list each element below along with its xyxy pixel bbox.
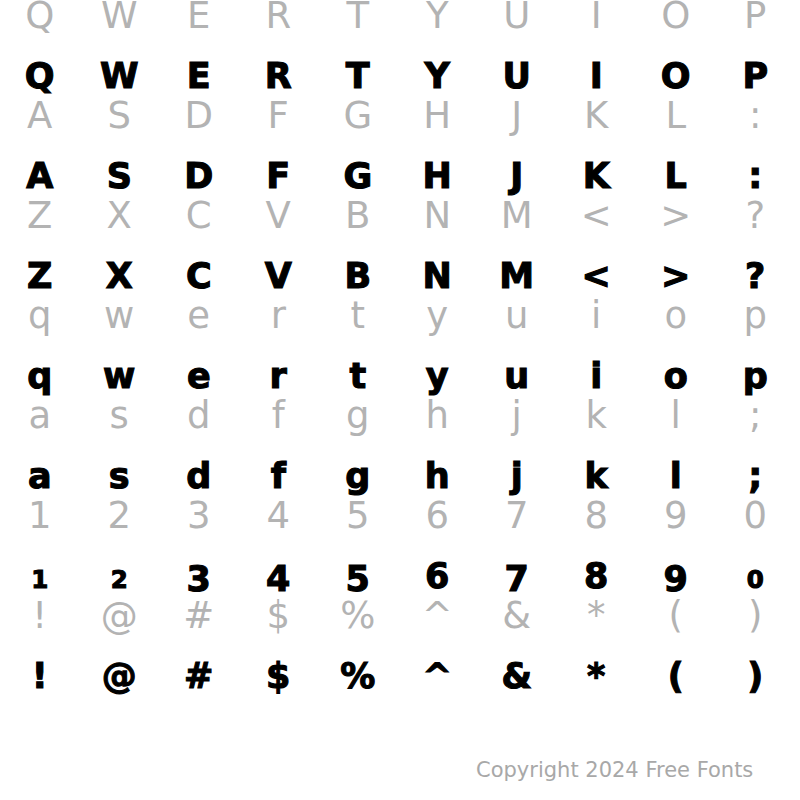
glyph: Q (25, 0, 54, 37)
char-cell: Y (398, 0, 478, 34)
glyph: h (425, 456, 450, 496)
char-cell: $ (239, 659, 319, 694)
char-row-ghost-lowercase-top: qwertyuiop (0, 297, 795, 334)
char-row-ghost-digits: 1234567890 (0, 497, 795, 534)
char-cell: W (80, 59, 160, 94)
char-cell: C (159, 197, 239, 234)
glyph: i (590, 356, 602, 396)
char-cell: G (318, 97, 398, 134)
char-cell: y (398, 297, 478, 334)
glyph: $ (266, 594, 290, 637)
glyph: G (343, 94, 372, 137)
glyph: E (187, 0, 210, 37)
char-cell: o (636, 297, 716, 334)
char-cell: 2 (80, 559, 160, 594)
char-cell: : (716, 97, 796, 134)
char-cell: L (636, 159, 716, 194)
glyph: 0 (743, 494, 767, 537)
char-cell: 9 (636, 559, 716, 594)
glyph: f (271, 456, 286, 496)
char-cell: q (0, 297, 80, 334)
char-cell: & (477, 597, 557, 634)
glyph: J (510, 156, 523, 196)
char-cell: ) (716, 597, 796, 634)
glyph: C (186, 194, 212, 237)
glyph: Y (426, 0, 449, 37)
glyph: 6 (425, 556, 449, 596)
char-cell: ? (716, 259, 796, 294)
glyph: p (744, 294, 768, 337)
char-cell: r (239, 359, 319, 394)
glyph: ? (745, 256, 765, 296)
glyph: ) (747, 656, 763, 696)
char-cell: @ (80, 659, 160, 694)
char-cell: l (636, 397, 716, 434)
char-cell: ! (0, 597, 80, 634)
char-cell: r (239, 297, 319, 334)
char-cell: & (477, 659, 557, 694)
char-cell: $ (239, 597, 319, 634)
glyph: A (26, 156, 53, 196)
glyph: R (265, 56, 292, 96)
char-cell: y (398, 359, 478, 394)
glyph: ) (748, 594, 762, 637)
glyph: @ (102, 656, 137, 696)
char-cell: 1 (0, 497, 80, 534)
glyph: 8 (584, 494, 608, 537)
glyph: 4 (266, 494, 290, 537)
glyph: B (344, 256, 371, 296)
char-cell: 5 (318, 497, 398, 534)
glyph: $ (266, 656, 290, 696)
char-cell: A (0, 159, 80, 194)
glyph: 8 (584, 556, 608, 596)
char-cell: 0 (716, 559, 796, 594)
char-cell: P (716, 0, 796, 34)
glyph: ! (32, 656, 48, 696)
glyph: s (109, 456, 130, 496)
glyph: u (504, 356, 529, 396)
glyph: ^ (422, 594, 453, 637)
glyph: O (661, 56, 691, 96)
char-cell: N (398, 259, 478, 294)
char-cell: k (557, 459, 637, 494)
glyph: r (270, 356, 287, 396)
glyph: K (584, 94, 608, 137)
char-cell: E (159, 59, 239, 94)
char-cell: V (239, 259, 319, 294)
glyph: : (749, 94, 761, 137)
glyph: W (100, 56, 139, 96)
glyph: I (590, 56, 603, 96)
char-cell: Z (0, 259, 80, 294)
glyph: q (28, 294, 52, 337)
glyph: L (665, 94, 686, 137)
char-cell: * (557, 597, 637, 634)
char-cell: U (477, 59, 557, 94)
char-cell: K (557, 97, 637, 134)
glyph: k (586, 394, 607, 437)
glyph: ( (669, 594, 683, 637)
glyph: < (581, 194, 612, 237)
glyph: > (660, 194, 691, 237)
char-cell: w (80, 359, 160, 394)
char-cell: C (159, 259, 239, 294)
glyph: B (345, 194, 370, 237)
char-cell: X (80, 197, 160, 234)
char-cell: P (716, 59, 796, 94)
glyph: R (265, 0, 291, 37)
glyph: ; (749, 394, 761, 437)
glyph: K (583, 156, 610, 196)
glyph: u (505, 294, 528, 337)
glyph: y (426, 356, 449, 396)
glyph: 2 (107, 494, 131, 537)
char-cell: < (557, 197, 637, 234)
char-cell: ^ (398, 597, 478, 634)
char-cell: % (318, 597, 398, 634)
glyph: 1 (31, 565, 48, 594)
glyph: L (665, 156, 687, 196)
char-row-ink-lowercase-top: qwertyuiop (0, 359, 795, 394)
char-cell: a (0, 397, 80, 434)
glyph: ( (668, 656, 684, 696)
char-cell: R (239, 59, 319, 94)
glyph: C (186, 256, 212, 296)
glyph: X (107, 194, 132, 237)
char-cell: g (318, 397, 398, 434)
glyph: k (585, 456, 608, 496)
char-cell: 1 (0, 559, 80, 594)
char-cell: S (80, 97, 160, 134)
char-cell: J (477, 159, 557, 194)
char-cell: q (0, 359, 80, 394)
glyph: ^ (423, 656, 452, 696)
char-cell: u (477, 359, 557, 394)
char-cell: g (318, 459, 398, 494)
char-cell: ( (636, 597, 716, 634)
char-cell: 7 (477, 497, 557, 534)
char-cell: @ (80, 597, 160, 634)
char-cell: Q (0, 0, 80, 34)
char-cell: j (477, 459, 557, 494)
glyph: > (661, 256, 690, 296)
glyph: ! (32, 594, 47, 637)
glyph: M (499, 256, 534, 296)
glyph: % (340, 656, 375, 696)
char-cell: j (477, 397, 557, 434)
char-cell: d (159, 459, 239, 494)
char-cell: U (477, 0, 557, 34)
glyph: d (186, 456, 211, 496)
glyph: Z (27, 256, 52, 296)
char-cell: e (159, 359, 239, 394)
glyph: U (503, 56, 531, 96)
char-cell: H (398, 159, 478, 194)
char-row-ghost-symbols: !@#$%^&*() (0, 597, 795, 634)
char-cell: : (716, 159, 796, 194)
glyph: j (511, 456, 523, 496)
glyph: W (101, 0, 138, 37)
glyph: Q (25, 56, 55, 96)
char-cell: 8 (557, 497, 637, 534)
glyph: @ (101, 594, 138, 637)
character-map: QWERTYUIOPQWERTYUIOPASDFGHJKL:ASDFGHJKL:… (0, 0, 800, 800)
glyph: a (28, 394, 51, 437)
glyph: V (266, 194, 291, 237)
glyph: < (582, 256, 611, 296)
char-cell: s (80, 459, 160, 494)
char-cell: % (318, 659, 398, 694)
char-cell: ( (636, 659, 716, 694)
char-cell: 7 (477, 559, 557, 594)
char-cell: Z (0, 197, 80, 234)
char-row-ghost-uppercase-top: QWERTYUIOP (0, 0, 795, 34)
char-cell: K (557, 159, 637, 194)
char-cell: # (159, 597, 239, 634)
char-cell: k (557, 397, 637, 434)
char-cell: s (80, 397, 160, 434)
glyph: V (265, 256, 292, 296)
glyph: # (183, 594, 214, 637)
glyph: g (346, 394, 370, 437)
glyph: O (661, 0, 690, 37)
char-cell: 9 (636, 497, 716, 534)
glyph: A (27, 94, 52, 137)
glyph: 0 (747, 565, 764, 594)
char-cell: N (398, 197, 478, 234)
glyph: e (187, 356, 211, 396)
char-cell: 4 (239, 559, 319, 594)
char-cell: T (318, 0, 398, 34)
char-cell: ! (0, 659, 80, 694)
glyph: G (343, 156, 372, 196)
glyph: t (350, 294, 365, 337)
glyph: q (27, 356, 52, 396)
char-cell: 4 (239, 497, 319, 534)
glyph: 5 (346, 494, 370, 537)
char-cell: ; (716, 397, 796, 434)
char-cell: 3 (159, 559, 239, 594)
glyph: N (423, 194, 451, 237)
char-cell: D (159, 97, 239, 134)
glyph: 1 (28, 494, 52, 537)
glyph: % (340, 594, 375, 637)
glyph: ? (745, 194, 765, 237)
char-cell: E (159, 0, 239, 34)
char-row-ink-symbols: !@#$%^&*() (0, 659, 795, 694)
glyph: T (346, 56, 370, 96)
glyph: w (103, 356, 135, 396)
char-cell: t (318, 359, 398, 394)
char-row-ink-digits: 1234567890 (0, 559, 795, 594)
char-cell: ; (716, 459, 796, 494)
glyph: F (266, 156, 290, 196)
char-cell: > (636, 259, 716, 294)
char-cell: i (557, 297, 637, 334)
char-row-ink-uppercase-bottom: ZXCVBNM<>? (0, 259, 795, 294)
glyph: : (748, 156, 762, 196)
char-row-ghost-lowercase-home: asdfghjkl; (0, 397, 795, 434)
glyph: & (502, 594, 531, 637)
char-cell: 6 (398, 559, 478, 594)
glyph: Y (425, 56, 450, 96)
glyph: y (426, 294, 448, 337)
glyph: H (423, 94, 451, 137)
glyph: N (423, 256, 452, 296)
char-cell: L (636, 97, 716, 134)
glyph: * (587, 656, 605, 696)
glyph: h (426, 394, 449, 437)
char-cell: B (318, 197, 398, 234)
glyph: s (110, 394, 129, 437)
char-cell: a (0, 459, 80, 494)
char-row-ghost-uppercase-home: ASDFGHJKL: (0, 97, 795, 134)
glyph: U (503, 0, 530, 37)
glyph: t (349, 356, 366, 396)
char-cell: S (80, 159, 160, 194)
char-cell: 3 (159, 497, 239, 534)
char-cell: J (477, 97, 557, 134)
char-cell: V (239, 197, 319, 234)
char-cell: > (636, 197, 716, 234)
glyph: j (512, 394, 522, 437)
glyph: l (670, 456, 682, 496)
char-cell: F (239, 159, 319, 194)
char-cell: M (477, 197, 557, 234)
char-cell: O (636, 59, 716, 94)
char-cell: H (398, 97, 478, 134)
char-cell: T (318, 59, 398, 94)
glyph: P (742, 56, 768, 96)
char-cell: F (239, 97, 319, 134)
char-cell: Y (398, 59, 478, 94)
char-cell: O (636, 0, 716, 34)
char-cell: R (239, 0, 319, 34)
char-cell: G (318, 159, 398, 194)
glyph: * (587, 594, 606, 637)
glyph: T (346, 0, 369, 37)
glyph: r (271, 294, 286, 337)
glyph: o (664, 356, 688, 396)
char-cell: < (557, 259, 637, 294)
char-cell: 5 (318, 559, 398, 594)
char-cell: * (557, 659, 637, 694)
glyph: D (184, 156, 213, 196)
glyph: ; (748, 456, 762, 496)
glyph: o (664, 294, 687, 337)
char-cell: I (557, 0, 637, 34)
char-cell: D (159, 159, 239, 194)
glyph: I (591, 0, 602, 37)
glyph: p (743, 356, 768, 396)
glyph: d (187, 394, 211, 437)
char-cell: i (557, 359, 637, 394)
char-cell: p (716, 359, 796, 394)
glyph: 6 (425, 494, 449, 537)
glyph: 7 (505, 494, 529, 537)
char-cell: l (636, 459, 716, 494)
glyph: e (187, 294, 210, 337)
glyph: E (187, 56, 211, 96)
glyph: P (744, 0, 766, 37)
char-cell: w (80, 297, 160, 334)
glyph: H (423, 156, 452, 196)
char-cell: M (477, 259, 557, 294)
char-cell: 0 (716, 497, 796, 534)
glyph: M (501, 194, 533, 237)
glyph: l (671, 394, 681, 437)
char-cell: 2 (80, 497, 160, 534)
glyph: w (104, 294, 134, 337)
glyph: S (107, 156, 132, 196)
char-cell: e (159, 297, 239, 334)
char-cell: p (716, 297, 796, 334)
char-cell: 8 (557, 559, 637, 594)
char-cell: W (80, 0, 160, 34)
char-cell: ? (716, 197, 796, 234)
char-cell: # (159, 659, 239, 694)
char-cell: t (318, 297, 398, 334)
char-cell: ) (716, 659, 796, 694)
glyph: 9 (664, 494, 688, 537)
glyph: D (185, 94, 214, 137)
glyph: # (184, 656, 213, 696)
glyph: i (591, 294, 601, 337)
glyph: 2 (111, 565, 128, 594)
char-cell: Q (0, 59, 80, 94)
glyph: & (501, 656, 532, 696)
char-cell: d (159, 397, 239, 434)
char-cell: o (636, 359, 716, 394)
char-row-ink-lowercase-home: asdfghjkl; (0, 459, 795, 494)
char-cell: A (0, 97, 80, 134)
glyph: S (108, 94, 132, 137)
char-row-ink-uppercase-top: QWERTYUIOP (0, 59, 795, 94)
char-cell: h (398, 397, 478, 434)
glyph: 3 (187, 494, 211, 537)
glyph: a (28, 456, 52, 496)
glyph: X (106, 256, 133, 296)
glyph: g (345, 456, 370, 496)
char-cell: ^ (398, 659, 478, 694)
copyright-text: Copyright 2024 Free Fonts (476, 760, 753, 781)
glyph: F (268, 94, 289, 137)
char-cell: f (239, 397, 319, 434)
char-cell: B (318, 259, 398, 294)
char-cell: u (477, 297, 557, 334)
glyph: Z (27, 194, 52, 237)
char-cell: 6 (398, 497, 478, 534)
char-row-ink-uppercase-home: ASDFGHJKL: (0, 159, 795, 194)
char-cell: f (239, 459, 319, 494)
glyph: f (272, 394, 285, 437)
char-cell: I (557, 59, 637, 94)
glyph: J (511, 94, 522, 137)
char-cell: X (80, 259, 160, 294)
char-cell: h (398, 459, 478, 494)
char-row-ghost-uppercase-bottom: ZXCVBNM<>? (0, 197, 795, 234)
